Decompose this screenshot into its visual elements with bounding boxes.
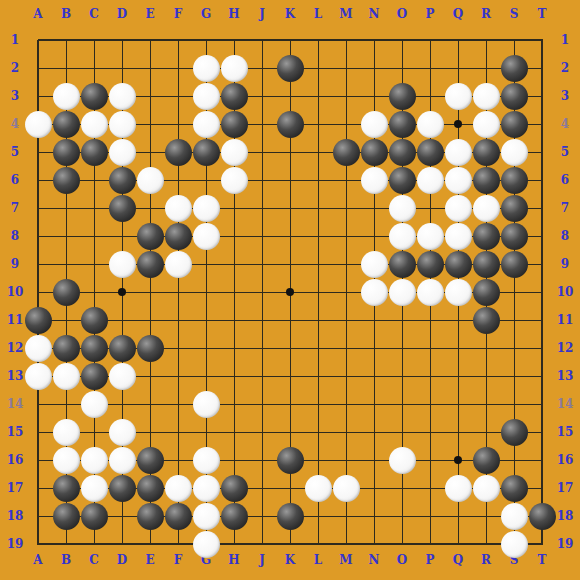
white-stone[interactable] <box>109 111 136 138</box>
column-label-bottom: F <box>164 553 192 567</box>
column-label-top: Q <box>444 7 472 21</box>
column-label-top: B <box>52 7 80 21</box>
white-stone[interactable] <box>417 279 444 306</box>
row-label-right: 9 <box>552 257 578 271</box>
black-stone[interactable] <box>193 139 220 166</box>
white-stone[interactable] <box>473 195 500 222</box>
column-label-top: E <box>136 7 164 21</box>
white-stone[interactable] <box>53 419 80 446</box>
row-label-right: 15 <box>552 425 578 439</box>
black-stone[interactable] <box>165 503 192 530</box>
white-stone[interactable] <box>53 363 80 390</box>
row-label-left: 1 <box>2 33 28 47</box>
black-stone[interactable] <box>389 83 416 110</box>
white-stone[interactable] <box>193 83 220 110</box>
white-stone[interactable] <box>193 447 220 474</box>
column-label-bottom: P <box>416 553 444 567</box>
black-stone[interactable] <box>81 139 108 166</box>
black-stone[interactable] <box>81 503 108 530</box>
white-stone[interactable] <box>109 83 136 110</box>
white-stone[interactable] <box>389 447 416 474</box>
row-label-right: 14 <box>552 397 578 411</box>
column-label-top: D <box>108 7 136 21</box>
row-label-right: 6 <box>552 173 578 187</box>
white-stone[interactable] <box>417 167 444 194</box>
black-stone[interactable] <box>501 195 528 222</box>
row-label-right: 4 <box>552 117 578 131</box>
black-stone[interactable] <box>501 419 528 446</box>
black-stone[interactable] <box>53 335 80 362</box>
white-stone[interactable] <box>445 83 472 110</box>
column-label-bottom: D <box>108 553 136 567</box>
black-stone[interactable] <box>277 111 304 138</box>
black-stone[interactable] <box>165 223 192 250</box>
white-stone[interactable] <box>193 503 220 530</box>
row-label-left: 17 <box>2 481 28 495</box>
white-stone[interactable] <box>193 475 220 502</box>
white-stone[interactable] <box>25 111 52 138</box>
white-stone[interactable] <box>81 391 108 418</box>
column-label-top: P <box>416 7 444 21</box>
row-label-right: 12 <box>552 341 578 355</box>
black-stone[interactable] <box>53 503 80 530</box>
column-label-bottom: R <box>472 553 500 567</box>
black-stone[interactable] <box>389 251 416 278</box>
white-stone[interactable] <box>193 391 220 418</box>
column-label-top: R <box>472 7 500 21</box>
black-stone[interactable] <box>417 139 444 166</box>
row-label-right: 11 <box>552 313 578 327</box>
black-stone[interactable] <box>361 139 388 166</box>
white-stone[interactable] <box>417 111 444 138</box>
column-label-bottom: M <box>332 553 360 567</box>
row-label-left: 18 <box>2 509 28 523</box>
white-stone[interactable] <box>389 195 416 222</box>
white-stone[interactable] <box>193 223 220 250</box>
black-stone[interactable] <box>473 307 500 334</box>
column-label-top: J <box>248 7 276 21</box>
row-label-right: 18 <box>552 509 578 523</box>
black-stone[interactable] <box>473 139 500 166</box>
row-label-right: 7 <box>552 201 578 215</box>
black-stone[interactable] <box>109 335 136 362</box>
white-stone[interactable] <box>221 167 248 194</box>
white-stone[interactable] <box>361 279 388 306</box>
white-stone[interactable] <box>109 447 136 474</box>
white-stone[interactable] <box>473 111 500 138</box>
column-label-bottom: L <box>304 553 332 567</box>
white-stone[interactable] <box>53 83 80 110</box>
column-label-bottom: O <box>388 553 416 567</box>
row-label-right: 3 <box>552 89 578 103</box>
row-label-right: 8 <box>552 229 578 243</box>
black-stone[interactable] <box>165 139 192 166</box>
white-stone[interactable] <box>389 223 416 250</box>
star-point <box>454 120 462 128</box>
white-stone[interactable] <box>165 195 192 222</box>
white-stone[interactable] <box>137 167 164 194</box>
black-stone[interactable] <box>473 223 500 250</box>
column-label-top: A <box>24 7 52 21</box>
black-stone[interactable] <box>137 223 164 250</box>
white-stone[interactable] <box>165 251 192 278</box>
black-stone[interactable] <box>389 139 416 166</box>
white-stone[interactable] <box>109 363 136 390</box>
black-stone[interactable] <box>109 195 136 222</box>
black-stone[interactable] <box>473 447 500 474</box>
black-stone[interactable] <box>109 167 136 194</box>
black-stone[interactable] <box>501 475 528 502</box>
black-stone[interactable] <box>137 475 164 502</box>
white-stone[interactable] <box>25 335 52 362</box>
black-stone[interactable] <box>137 503 164 530</box>
white-stone[interactable] <box>445 167 472 194</box>
white-stone[interactable] <box>81 447 108 474</box>
black-stone[interactable] <box>473 279 500 306</box>
black-stone[interactable] <box>501 167 528 194</box>
white-stone[interactable] <box>501 531 528 558</box>
row-label-left: 7 <box>2 201 28 215</box>
white-stone[interactable] <box>221 139 248 166</box>
grid-line-vertical <box>318 40 319 545</box>
black-stone[interactable] <box>109 475 136 502</box>
row-label-left: 16 <box>2 453 28 467</box>
white-stone[interactable] <box>193 111 220 138</box>
white-stone[interactable] <box>473 475 500 502</box>
column-label-top: H <box>220 7 248 21</box>
black-stone[interactable] <box>81 363 108 390</box>
star-point <box>286 288 294 296</box>
row-label-right: 10 <box>552 285 578 299</box>
column-label-bottom: K <box>276 553 304 567</box>
row-label-left: 3 <box>2 89 28 103</box>
column-label-top: O <box>388 7 416 21</box>
column-label-bottom: J <box>248 553 276 567</box>
black-stone[interactable] <box>501 251 528 278</box>
column-label-bottom: C <box>80 553 108 567</box>
black-stone[interactable] <box>137 251 164 278</box>
white-stone[interactable] <box>501 503 528 530</box>
row-label-left: 15 <box>2 425 28 439</box>
black-stone[interactable] <box>53 139 80 166</box>
white-stone[interactable] <box>445 475 472 502</box>
column-label-bottom: E <box>136 553 164 567</box>
grid-line-horizontal <box>38 404 543 405</box>
black-stone[interactable] <box>277 55 304 82</box>
white-stone[interactable] <box>333 475 360 502</box>
row-label-left: 14 <box>2 397 28 411</box>
black-stone[interactable] <box>221 503 248 530</box>
white-stone[interactable] <box>445 139 472 166</box>
row-label-right: 1 <box>552 33 578 47</box>
column-label-top: M <box>332 7 360 21</box>
column-label-bottom: H <box>220 553 248 567</box>
go-board-screen: AABBCCDDEEFFGGHHJJKKLLMMNNOOPPQQRRSSTT11… <box>0 0 580 580</box>
column-label-top: L <box>304 7 332 21</box>
row-label-right: 13 <box>552 369 578 383</box>
black-stone[interactable] <box>277 447 304 474</box>
row-label-left: 5 <box>2 145 28 159</box>
column-label-bottom: N <box>360 553 388 567</box>
white-stone[interactable] <box>221 55 248 82</box>
grid-line-horizontal <box>38 320 543 321</box>
row-label-right: 2 <box>552 61 578 75</box>
black-stone[interactable] <box>53 475 80 502</box>
column-label-bottom: Q <box>444 553 472 567</box>
white-stone[interactable] <box>473 83 500 110</box>
white-stone[interactable] <box>81 475 108 502</box>
column-label-bottom: T <box>528 553 556 567</box>
white-stone[interactable] <box>417 223 444 250</box>
column-label-top: G <box>192 7 220 21</box>
white-stone[interactable] <box>109 139 136 166</box>
black-stone[interactable] <box>389 167 416 194</box>
black-stone[interactable] <box>221 475 248 502</box>
white-stone[interactable] <box>25 363 52 390</box>
black-stone[interactable] <box>221 83 248 110</box>
black-stone[interactable] <box>137 447 164 474</box>
row-label-left: 6 <box>2 173 28 187</box>
black-stone[interactable] <box>501 223 528 250</box>
black-stone[interactable] <box>333 139 360 166</box>
row-label-left: 10 <box>2 285 28 299</box>
black-stone[interactable] <box>473 167 500 194</box>
white-stone[interactable] <box>445 195 472 222</box>
white-stone[interactable] <box>361 251 388 278</box>
black-stone[interactable] <box>501 55 528 82</box>
grid-line-horizontal <box>38 543 543 545</box>
white-stone[interactable] <box>109 419 136 446</box>
row-label-left: 19 <box>2 537 28 551</box>
grid-line-vertical <box>541 40 543 545</box>
black-stone[interactable] <box>501 111 528 138</box>
column-label-top: S <box>500 7 528 21</box>
white-stone[interactable] <box>109 251 136 278</box>
white-stone[interactable] <box>445 279 472 306</box>
black-stone[interactable] <box>277 503 304 530</box>
white-stone[interactable] <box>193 531 220 558</box>
white-stone[interactable] <box>193 55 220 82</box>
white-stone[interactable] <box>305 475 332 502</box>
black-stone[interactable] <box>417 251 444 278</box>
column-label-top: N <box>360 7 388 21</box>
black-stone[interactable] <box>25 307 52 334</box>
row-label-left: 8 <box>2 229 28 243</box>
column-label-top: T <box>528 7 556 21</box>
black-stone[interactable] <box>445 251 472 278</box>
white-stone[interactable] <box>501 139 528 166</box>
black-stone[interactable] <box>473 251 500 278</box>
column-label-top: K <box>276 7 304 21</box>
white-stone[interactable] <box>53 447 80 474</box>
row-label-right: 5 <box>552 145 578 159</box>
black-stone[interactable] <box>137 335 164 362</box>
star-point <box>454 456 462 464</box>
column-label-top: C <box>80 7 108 21</box>
black-stone[interactable] <box>221 111 248 138</box>
black-stone[interactable] <box>501 83 528 110</box>
white-stone[interactable] <box>81 111 108 138</box>
column-label-top: F <box>164 7 192 21</box>
black-stone[interactable] <box>81 83 108 110</box>
black-stone[interactable] <box>529 503 556 530</box>
black-stone[interactable] <box>53 167 80 194</box>
white-stone[interactable] <box>361 167 388 194</box>
white-stone[interactable] <box>193 195 220 222</box>
white-stone[interactable] <box>165 475 192 502</box>
star-point <box>118 288 126 296</box>
row-label-right: 17 <box>552 481 578 495</box>
row-label-right: 19 <box>552 537 578 551</box>
black-stone[interactable] <box>389 111 416 138</box>
white-stone[interactable] <box>361 111 388 138</box>
black-stone[interactable] <box>53 279 80 306</box>
grid-line-vertical <box>346 40 347 545</box>
row-label-left: 9 <box>2 257 28 271</box>
black-stone[interactable] <box>81 307 108 334</box>
white-stone[interactable] <box>389 279 416 306</box>
black-stone[interactable] <box>53 111 80 138</box>
row-label-right: 16 <box>552 453 578 467</box>
row-label-left: 2 <box>2 61 28 75</box>
column-label-bottom: B <box>52 553 80 567</box>
black-stone[interactable] <box>81 335 108 362</box>
white-stone[interactable] <box>445 223 472 250</box>
column-label-bottom: A <box>24 553 52 567</box>
